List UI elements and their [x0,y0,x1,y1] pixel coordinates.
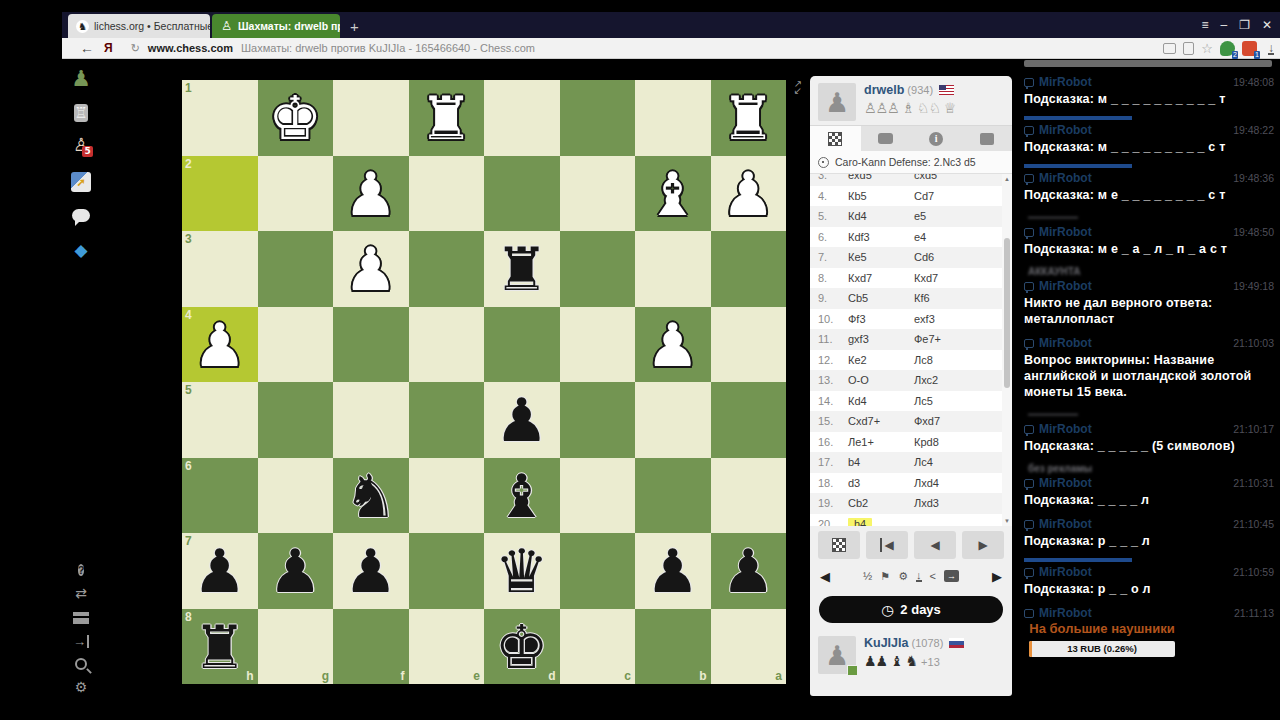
square-d2[interactable] [484,156,560,232]
chat-message: MirRobot21:10:45Подсказка: р _ _ _ л [1024,517,1274,549]
piece-wB-b2[interactable]: ♝ [635,156,711,232]
chat-message: MirRobot21:10:31Подсказка: _ _ _ _ л [1024,476,1274,508]
chat-timestamp: 19:48:50 [1233,226,1274,238]
opening-name: Caro-Kann Defense: 2.Nc3 d5 [835,156,976,168]
chat-timestamp: 19:48:08 [1233,76,1274,88]
black-move[interactable]: cxd5 [914,174,1012,186]
piece-wP-b4[interactable]: ♟ [635,307,711,383]
chat-text: Вопрос викторины: Название английской и … [1024,352,1274,400]
square-e5[interactable] [409,382,485,458]
move-number: 18. [818,473,848,494]
piece-bB-d6[interactable]: ♝ [484,458,560,534]
black-move[interactable]: Лхd3 [914,493,1012,514]
white-move[interactable]: Кd4 [848,391,914,412]
move-number: 10. [818,309,848,330]
info-icon: i [929,132,943,146]
chat-text: Подсказка: р _ _ _ л [1024,533,1274,549]
sidebar-item-settings[interactable]: ⚙ [66,678,96,696]
piece-wR-a1[interactable]: ♜ [711,80,787,156]
piece-bR-d3[interactable]: ♜ [484,231,560,307]
piece-wK-g1[interactable]: ♚ [258,80,334,156]
chat-text: Никто не дал верного ответа: металлоплас… [1024,295,1274,327]
move-number: 6. [818,227,848,248]
square-a6[interactable] [711,458,787,534]
square-f6[interactable]: ♞ [333,458,409,534]
black-move[interactable]: Лс4 [914,452,1012,473]
last-move-highlight[interactable]: h4 [848,518,872,527]
square-d6[interactable]: ♝ [484,458,560,534]
square-f7[interactable]: ♟ [333,533,409,609]
tab-chess-label: Шахматы: drwelb проти [238,20,340,32]
chat-clipped-row [1024,60,1272,67]
opening-book-icon [818,157,829,168]
square-d7[interactable]: ♛ [484,533,560,609]
gear-icon: ⚙ [75,679,88,695]
sidebar-item-refresh[interactable]: ⇄ [66,584,96,602]
chat-username[interactable]: MirRobot [1039,517,1092,531]
piece-bP-h7[interactable]: ♟ [182,533,258,609]
piece-bR-h8[interactable]: ♜ [182,609,258,685]
first-move-button[interactable]: ◀ [866,531,908,559]
square-e4[interactable] [409,307,485,383]
piece-wP-a2[interactable]: ♟ [711,156,787,232]
move-number: 13. [818,370,848,391]
black-move[interactable]: Сd6 [914,247,1012,268]
tab-info[interactable]: i [911,126,962,151]
sidebar-item-help[interactable]: ? [66,560,96,578]
tab-lichess-label: lichess.org • Бесплатные он [94,20,210,32]
square-h1[interactable]: 1 [182,80,258,156]
square-a5[interactable] [711,382,787,458]
sidebar-item-chat[interactable] [66,208,96,226]
online-badge [847,665,858,676]
square-h4[interactable]: 4♟ [182,307,258,383]
square-b6[interactable] [635,458,711,534]
twitch-icon [1024,568,1034,577]
nav-buttons: ◀ ◀ ▶ [810,526,1012,564]
donation-progress-text: 13 RUB (0.26%) [1029,641,1175,657]
chat-message: MirRobot21:11:13Подсказка: р а _ о л [1024,606,1274,618]
sidebar-item-exit[interactable]: → [66,632,96,650]
white-move[interactable]: Сb5 [848,288,914,309]
square-b7[interactable]: ♟ [635,533,711,609]
move-list[interactable]: 3.exd5cxd54.Кb5Сd75.Кd4e56.Кdf3e47.Кe5Сd… [810,174,1012,526]
file-label: a [775,669,782,683]
square-h8[interactable]: 8h♜ [182,609,258,685]
collapse-right-icon[interactable]: ▶ [992,569,1002,584]
opening-row[interactable]: Caro-Kann Defense: 2.Nc3 d5 [810,151,1012,174]
move-row: 15.Схd7+Фхd7 [810,411,1012,432]
square-f3[interactable]: ♟ [333,231,409,307]
chat-username[interactable]: MirRobot [1039,279,1092,293]
new-tab-button[interactable]: + [350,18,359,38]
chat-message: MirRobot19:48:50Подсказка: м е _ а _ л _… [1024,225,1274,257]
chat-text: Подсказка: _ _ _ _ _ (5 символов) [1024,438,1274,454]
move-number: 12. [818,350,848,371]
square-b4[interactable]: ♟ [635,307,711,383]
sidebar-item-puzzles[interactable]: ➚ [66,172,96,192]
chat-username[interactable]: MirRobot [1039,336,1092,350]
move-number: 4. [818,186,848,207]
black-move[interactable]: Фе7+ [914,329,1012,350]
piece-wP-h4[interactable]: ♟ [182,307,258,383]
chat-tab-icon [878,133,893,144]
next-move-button[interactable]: ▶ [962,531,1004,559]
twitch-icon [1024,78,1034,87]
move-row: 9.Сb5Кf6 [810,288,1012,309]
chat-timestamp: 19:49:18 [1233,280,1274,292]
move-row: 10.Фf3exf3 [810,309,1012,330]
chat-username[interactable]: MirRobot [1039,123,1092,137]
move-number: 16. [818,432,848,453]
draw-offer-button[interactable]: ½ [863,570,872,582]
chat-username[interactable]: MirRobot [1039,171,1092,185]
page-icon[interactable] [1183,42,1194,55]
square-g7[interactable]: ♟ [258,533,334,609]
move-number: 9. [818,288,848,309]
square-g5[interactable] [258,382,334,458]
chat-blurred-message: ————— [1028,409,1158,421]
sidebar-item-layout[interactable] [66,610,96,628]
rank-label: 1 [185,81,192,95]
square-b1[interactable] [635,80,711,156]
file-label: e [473,669,480,683]
black-move[interactable]: Крd8 [914,432,1012,453]
puzzle-icon: ➚ [71,172,91,192]
tab-chess-game[interactable]: ♙ Шахматы: drwelb проти × [212,14,340,38]
avatar-bottom[interactable]: ♟ [818,636,856,674]
prev-move-icon: ◀ [930,538,939,552]
chat-message: MirRobot21:10:17Подсказка: _ _ _ _ _ (5 … [1024,422,1274,454]
white-move[interactable]: Кe2 [848,350,914,371]
piece-bN-f6[interactable]: ♞ [333,458,409,534]
square-c5[interactable] [560,382,636,458]
rank-label: 5 [185,383,192,397]
chat-timestamp: 21:10:03 [1233,337,1274,349]
square-c8[interactable]: c [560,609,636,685]
square-f2[interactable]: ♟ [333,156,409,232]
tab-chat[interactable] [861,126,912,151]
move-number: 14. [818,391,848,412]
chat-text: Подсказка: м _ _ _ _ _ _ _ _ _ _ т [1024,91,1274,107]
move-row: 18.d3Лхd4 [810,473,1012,494]
next-move-icon: ▶ [978,538,987,552]
prev-move-button[interactable]: ◀ [914,531,956,559]
piece-bP-a7[interactable]: ♟ [711,533,787,609]
square-a4[interactable] [711,307,787,383]
piece-bQ-d7[interactable]: ♛ [484,533,560,609]
tab-moves[interactable] [810,126,861,151]
exit-icon: → [73,635,89,648]
twitch-icon [1024,425,1034,434]
move-row: 16.Ле1+Крd8 [810,432,1012,453]
move-number: 8. [818,268,848,289]
move-number: 7. [818,247,848,268]
file-label: b [699,669,706,683]
explore-button[interactable] [818,531,860,559]
sidebar-item-search[interactable] [66,656,96,674]
square-a2[interactable]: ♟ [711,156,787,232]
sidebar-item-play[interactable]: ♙5 [66,134,96,155]
black-move[interactable] [914,514,1012,527]
sidebar-item-profile[interactable]: ♖ [66,102,96,124]
square-e3[interactable] [409,231,485,307]
chat-username[interactable]: MirRobot [1039,422,1092,436]
square-h3[interactable]: 3 [182,231,258,307]
move-row: 3.exd5cxd5 [810,174,1012,186]
clock-icon: ◷ [881,602,893,618]
square-c2[interactable] [560,156,636,232]
move-row: 12.Кe2Лс8 [810,350,1012,371]
square-g1[interactable]: ♚ [258,80,334,156]
twitch-icon [1024,609,1034,618]
square-c1[interactable] [560,80,636,156]
square-c3[interactable] [560,231,636,307]
square-d8[interactable]: d♚ [484,609,560,685]
square-f5[interactable] [333,382,409,458]
white-move[interactable]: Фf3 [848,309,914,330]
download-game-icon[interactable]: ↓ [916,571,922,582]
white-move[interactable]: gxf3 [848,329,914,350]
notification-badge: 5 [82,146,93,157]
window-controls: ≡ – ❐ ✕ [1201,12,1272,38]
square-a1[interactable]: ♜ [711,80,787,156]
chat-username[interactable]: MirRobot [1039,565,1092,579]
move-timer: ◷ 2 days [819,596,1003,623]
minimize-icon[interactable]: – [1220,18,1227,32]
player-top-name[interactable]: drwelb [864,83,904,97]
white-move[interactable]: exd5 [848,174,914,186]
white-move[interactable]: Кd4 [848,206,914,227]
rank-label: 2 [185,157,192,171]
file-label: g [322,669,329,683]
restore-icon[interactable]: ❐ [1239,18,1250,32]
share-icon[interactable]: < [930,570,936,582]
square-h2[interactable]: 2 [182,156,258,232]
square-b5[interactable] [635,382,711,458]
black-move[interactable]: Лхd4 [914,473,1012,494]
chat-username[interactable]: MirRobot [1039,476,1092,490]
white-move[interactable]: Кb5 [848,186,914,207]
board-expand-icon[interactable]: ↗↙ [791,80,805,94]
white-move[interactable]: b4 [848,452,914,473]
square-e8[interactable]: e [409,609,485,685]
black-move[interactable]: e4 [914,227,1012,248]
white-move[interactable]: h4 [848,514,914,527]
captured-pieces-top: ♙♙♙ ♗ ♘♘ ♕ [864,100,955,116]
player-bottom-name[interactable]: KuJIJIa [864,636,908,650]
twitch-icon [1024,520,1034,529]
square-d3[interactable]: ♜ [484,231,560,307]
white-move[interactable]: Кxd7 [848,268,914,289]
square-h6[interactable]: 6 [182,458,258,534]
layout-bars-icon [73,612,89,624]
bookmark-star-icon[interactable]: ☆ [1201,41,1213,56]
square-f8[interactable]: f [333,609,409,685]
sidebar-item-premium[interactable]: ◆ [66,240,96,261]
player-top-rating: (934) [907,84,933,96]
square-d4[interactable] [484,307,560,383]
black-move[interactable]: Фхd7 [914,411,1012,432]
square-e2[interactable] [409,156,485,232]
twitch-icon [1024,228,1034,237]
rank-label: 3 [185,232,192,246]
square-d1[interactable] [484,80,560,156]
piece-bP-d5[interactable]: ♟ [484,382,560,458]
move-number: 3. [818,174,848,186]
download-icon[interactable]: ↓ [1268,43,1274,55]
scroll-down-icon[interactable]: ▼ [1002,518,1012,524]
repeat-icon: ⇄ [75,585,87,601]
play-hand-pawn-icon: ♙5 [73,134,89,155]
comment-icon[interactable] [1163,43,1176,54]
chat-separator [1024,164,1132,168]
white-move[interactable]: d3 [848,473,914,494]
address-page-title: Шахматы: drwelb против KuJIJIa - 1654666… [241,42,535,54]
chat-timestamp: 21:10:59 [1233,566,1274,578]
chat-message: MirRobot19:49:18Никто не дал верного отв… [1024,279,1274,327]
chat-separator [1024,116,1132,120]
yandex-logo[interactable]: Я [104,41,113,55]
move-number: 17. [818,452,848,473]
address-url[interactable]: www.chess.com [148,42,233,54]
white-move[interactable]: Ле1+ [848,432,914,453]
diamond-icon: ◆ [74,241,87,260]
move-row: 17.b4Лс4 [810,452,1012,473]
square-g4[interactable] [258,307,334,383]
chat-username[interactable]: MirRobot [1039,225,1092,239]
square-e7[interactable] [409,533,485,609]
black-move[interactable]: Лс5 [914,391,1012,412]
white-move[interactable]: Сb2 [848,493,914,514]
player-card-top: ♟ drwelb (934) ♙♙♙ ♗ ♘♘ ♕ [810,76,1012,125]
move-list-scrollbar[interactable]: ▲ ▼ [1002,174,1012,526]
resign-flag-icon[interactable]: ⚑ [880,570,890,583]
square-c6[interactable] [560,458,636,534]
square-c7[interactable] [560,533,636,609]
explore-icon [832,538,846,552]
reload-icon[interactable]: ↻ [131,42,140,55]
square-b3[interactable] [635,231,711,307]
black-move[interactable]: Кxd7 [914,268,1012,289]
back-button[interactable]: ← [80,40,94,56]
chat-separator [1024,558,1132,562]
extension-green-icon[interactable]: 2 [1220,41,1235,56]
chess-board[interactable]: 1♚♜♜2♟♝♟3♟♜4♟♟5♟6♞♝7♟♟♟♛♟♟8h♜gfed♚cba [182,80,786,684]
move-row: 13.O-OЛхс2 [810,370,1012,391]
piece-bP-b7[interactable]: ♟ [635,533,711,609]
square-f4[interactable] [333,307,409,383]
twitch-icon [1024,282,1034,291]
goto-icon[interactable]: → [944,570,959,582]
rank-label: 6 [185,459,192,473]
sidebar-item-home[interactable]: ♟ [66,66,96,91]
chat-username[interactable]: MirRobot [1039,75,1092,89]
move-number: 20. [818,514,848,527]
square-g6[interactable] [258,458,334,534]
twitch-icon [1024,126,1034,135]
move-number: 15. [818,411,848,432]
chat-message: MirRobot19:48:36Подсказка: м е _ _ _ _ _… [1024,171,1274,203]
tab-notes[interactable] [962,126,1013,151]
game-options-row: ◀ ½ ⚑ ⚙ ↓ < → ▶ [810,564,1012,588]
chat-timestamp: 19:48:22 [1233,124,1274,136]
square-g3[interactable] [258,231,334,307]
move-row: 11.gxf3Фе7+ [810,329,1012,350]
move-row: 6.Кdf3e4 [810,227,1012,248]
chat-timestamp: 21:10:31 [1233,477,1274,489]
piece-wR-e1[interactable]: ♜ [409,80,485,156]
chat-timestamp: 21:10:17 [1233,423,1274,435]
square-e6[interactable] [409,458,485,534]
piece-wP-f2[interactable]: ♟ [333,156,409,232]
browser-toolbar: ← Я ↻ www.chess.com Шахматы: drwelb прот… [62,38,1280,59]
chat-username[interactable]: MirRobot [1039,606,1092,618]
black-move[interactable]: Кf6 [914,288,1012,309]
close-icon[interactable]: ✕ [1262,18,1272,32]
square-f1[interactable] [333,80,409,156]
white-move[interactable]: O-O [848,370,914,391]
square-g8[interactable]: g [258,609,334,685]
piece-bP-g7[interactable]: ♟ [258,533,334,609]
square-b2[interactable]: ♝ [635,156,711,232]
chat-message: MirRobot19:48:22Подсказка: м _ _ _ _ _ _… [1024,123,1274,155]
square-a7[interactable]: ♟ [711,533,787,609]
twitch-icon [1024,479,1034,488]
square-h7[interactable]: 7♟ [182,533,258,609]
square-c4[interactable] [560,307,636,383]
white-move[interactable]: Кe5 [848,247,914,268]
black-move[interactable]: Лхс2 [914,370,1012,391]
white-move[interactable]: Схd7+ [848,411,914,432]
chat-blurred-message: ————— [1028,212,1158,224]
black-move[interactable]: Сd7 [914,186,1012,207]
timer-value: 2 days [900,602,940,617]
black-move[interactable]: Лс8 [914,350,1012,371]
stream-chat: MirRobot19:48:08Подсказка: м _ _ _ _ _ _… [1022,58,1278,618]
chat-timestamp: 21:11:13 [1234,607,1274,618]
square-b8[interactable]: b [635,609,711,685]
collapse-left-icon[interactable]: ◀ [820,569,830,584]
settings-gear-icon[interactable]: ⚙ [898,570,908,583]
square-g2[interactable] [258,156,334,232]
square-e1[interactable]: ♜ [409,80,485,156]
scroll-up-icon[interactable]: ▲ [1002,176,1012,182]
white-move[interactable]: Кdf3 [848,227,914,248]
piece-wP-f3[interactable]: ♟ [333,231,409,307]
lichess-knight-icon: ♞ [76,20,89,33]
notes-icon [980,133,994,145]
chat-text: Подсказка: р _ _ о л [1024,581,1274,597]
ru-flag-icon [949,638,964,648]
avatar-top[interactable]: ♟ [818,83,856,121]
square-h5[interactable]: 5 [182,382,258,458]
chat-blurred-message: без рекламы [1028,463,1158,475]
file-label: f [401,669,405,683]
extension-red-icon[interactable]: 1 [1242,41,1257,56]
scrollbar-thumb[interactable] [1004,238,1010,388]
piece-bP-f7[interactable]: ♟ [333,533,409,609]
tab-lichess[interactable]: ♞ lichess.org • Бесплатные он [68,14,210,38]
square-d5[interactable]: ♟ [484,382,560,458]
player-card-bottom: ♟ KuJIJIa (1078) ♟♟ ♝ ♞+13 [810,629,1012,678]
piece-bK-d8[interactable]: ♚ [484,609,560,685]
square-a8[interactable]: a [711,609,787,685]
black-move[interactable]: e5 [914,206,1012,227]
black-move[interactable]: exf3 [914,309,1012,330]
square-a3[interactable] [711,231,787,307]
menu-icon[interactable]: ≡ [1201,18,1208,32]
